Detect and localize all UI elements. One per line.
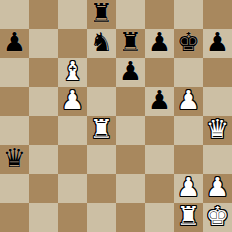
white-pawn-g5[interactable]: ♟ (177, 87, 200, 115)
black-pawn-e6[interactable]: ♟ (119, 58, 142, 86)
square-a4[interactable] (0, 116, 29, 145)
square-h7[interactable]: ♟ (203, 29, 232, 58)
square-e4[interactable] (116, 116, 145, 145)
square-c2[interactable] (58, 174, 87, 203)
square-b8[interactable] (29, 0, 58, 29)
square-d4[interactable]: ♜ (87, 116, 116, 145)
square-f7[interactable]: ♟ (145, 29, 174, 58)
white-queen-h4[interactable]: ♛ (206, 116, 229, 144)
white-king-h1[interactable]: ♚ (206, 203, 229, 231)
black-king-g7[interactable]: ♚ (177, 29, 200, 57)
square-c3[interactable] (58, 145, 87, 174)
square-d7[interactable]: ♞ (87, 29, 116, 58)
chess-board: ♜♟♞♜♟♚♟♝♟♟♟♟♜♛♛♟♟♜♚ (0, 0, 232, 232)
square-e2[interactable] (116, 174, 145, 203)
white-pawn-g2[interactable]: ♟ (177, 174, 200, 202)
black-pawn-f5[interactable]: ♟ (148, 87, 171, 115)
square-h6[interactable] (203, 58, 232, 87)
square-a3[interactable]: ♛ (0, 145, 29, 174)
square-e8[interactable] (116, 0, 145, 29)
white-rook-g1[interactable]: ♜ (177, 203, 200, 231)
square-c6[interactable]: ♝ (58, 58, 87, 87)
square-d8[interactable]: ♜ (87, 0, 116, 29)
square-d2[interactable] (87, 174, 116, 203)
black-pawn-h7[interactable]: ♟ (206, 29, 229, 57)
square-a6[interactable] (0, 58, 29, 87)
square-b7[interactable] (29, 29, 58, 58)
square-f1[interactable] (145, 203, 174, 232)
square-g1[interactable]: ♜ (174, 203, 203, 232)
square-h8[interactable] (203, 0, 232, 29)
square-c7[interactable] (58, 29, 87, 58)
square-b6[interactable] (29, 58, 58, 87)
black-rook-d8[interactable]: ♜ (90, 0, 113, 28)
square-b2[interactable] (29, 174, 58, 203)
square-g2[interactable]: ♟ (174, 174, 203, 203)
square-f5[interactable]: ♟ (145, 87, 174, 116)
square-b5[interactable] (29, 87, 58, 116)
square-d1[interactable] (87, 203, 116, 232)
square-a5[interactable] (0, 87, 29, 116)
square-e3[interactable] (116, 145, 145, 174)
square-c5[interactable]: ♟ (58, 87, 87, 116)
square-d3[interactable] (87, 145, 116, 174)
square-h1[interactable]: ♚ (203, 203, 232, 232)
black-pawn-f7[interactable]: ♟ (148, 29, 171, 57)
square-f8[interactable] (145, 0, 174, 29)
square-c1[interactable] (58, 203, 87, 232)
square-c8[interactable] (58, 0, 87, 29)
square-a2[interactable] (0, 174, 29, 203)
square-e7[interactable]: ♜ (116, 29, 145, 58)
square-h4[interactable]: ♛ (203, 116, 232, 145)
square-g5[interactable]: ♟ (174, 87, 203, 116)
black-pawn-a7[interactable]: ♟ (3, 29, 26, 57)
square-e5[interactable] (116, 87, 145, 116)
black-queen-a3[interactable]: ♛ (3, 145, 26, 173)
white-pawn-c5[interactable]: ♟ (61, 87, 84, 115)
square-e6[interactable]: ♟ (116, 58, 145, 87)
square-a8[interactable] (0, 0, 29, 29)
square-b4[interactable] (29, 116, 58, 145)
white-pawn-h2[interactable]: ♟ (206, 174, 229, 202)
square-g3[interactable] (174, 145, 203, 174)
square-f4[interactable] (145, 116, 174, 145)
square-b3[interactable] (29, 145, 58, 174)
square-e1[interactable] (116, 203, 145, 232)
white-bishop-c6[interactable]: ♝ (61, 58, 84, 86)
square-c4[interactable] (58, 116, 87, 145)
square-a7[interactable]: ♟ (0, 29, 29, 58)
square-g8[interactable] (174, 0, 203, 29)
square-b1[interactable] (29, 203, 58, 232)
black-knight-d7[interactable]: ♞ (90, 29, 113, 57)
square-g6[interactable] (174, 58, 203, 87)
square-d6[interactable] (87, 58, 116, 87)
square-h3[interactable] (203, 145, 232, 174)
square-f6[interactable] (145, 58, 174, 87)
square-g4[interactable] (174, 116, 203, 145)
square-g7[interactable]: ♚ (174, 29, 203, 58)
square-d5[interactable] (87, 87, 116, 116)
white-rook-d4[interactable]: ♜ (90, 116, 113, 144)
black-rook-e7[interactable]: ♜ (119, 29, 142, 57)
square-a1[interactable] (0, 203, 29, 232)
square-h5[interactable] (203, 87, 232, 116)
square-f2[interactable] (145, 174, 174, 203)
square-f3[interactable] (145, 145, 174, 174)
square-h2[interactable]: ♟ (203, 174, 232, 203)
